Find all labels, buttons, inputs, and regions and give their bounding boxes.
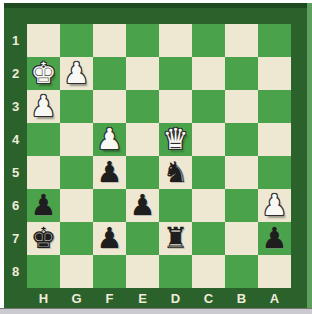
square-d2[interactable] — [159, 57, 192, 90]
square-a7[interactable]: ♟ — [258, 222, 291, 255]
square-e8[interactable] — [126, 255, 159, 288]
piece-white-pawn-a6[interactable]: ♟ — [262, 189, 288, 222]
piece-white-pawn-g2[interactable]: ♟ — [64, 57, 90, 90]
square-a1[interactable] — [258, 24, 291, 57]
square-f5[interactable]: ♟ — [93, 156, 126, 189]
square-f6[interactable] — [93, 189, 126, 222]
square-g3[interactable] — [60, 90, 93, 123]
piece-black-king-h7[interactable]: ♚ — [31, 222, 57, 255]
file-label-b: B — [225, 289, 258, 308]
square-d6[interactable] — [159, 189, 192, 222]
square-h6[interactable]: ♟ — [27, 189, 60, 222]
rank-labels: 12345678 — [4, 24, 27, 288]
piece-black-pawn-f7[interactable]: ♟ — [97, 222, 123, 255]
chess-board[interactable]: ♚♟♟♟♛♟♞♟♟♟♚♟♜♟ — [27, 24, 291, 288]
square-g6[interactable] — [60, 189, 93, 222]
square-g1[interactable] — [60, 24, 93, 57]
square-g2[interactable]: ♟ — [60, 57, 93, 90]
square-a2[interactable] — [258, 57, 291, 90]
square-a3[interactable] — [258, 90, 291, 123]
square-f3[interactable] — [93, 90, 126, 123]
piece-black-pawn-e6[interactable]: ♟ — [130, 189, 156, 222]
square-c8[interactable] — [192, 255, 225, 288]
square-g5[interactable] — [60, 156, 93, 189]
piece-white-pawn-f4[interactable]: ♟ — [97, 123, 123, 156]
square-b6[interactable] — [225, 189, 258, 222]
rank-label-8: 8 — [4, 255, 27, 288]
square-a8[interactable] — [258, 255, 291, 288]
square-c6[interactable] — [192, 189, 225, 222]
square-f2[interactable] — [93, 57, 126, 90]
piece-black-pawn-a7[interactable]: ♟ — [262, 222, 288, 255]
square-a5[interactable] — [258, 156, 291, 189]
rank-label-2: 2 — [4, 57, 27, 90]
piece-black-pawn-h6[interactable]: ♟ — [31, 189, 57, 222]
square-c3[interactable] — [192, 90, 225, 123]
square-e6[interactable]: ♟ — [126, 189, 159, 222]
square-c5[interactable] — [192, 156, 225, 189]
square-e1[interactable] — [126, 24, 159, 57]
file-label-e: E — [126, 289, 159, 308]
square-h8[interactable] — [27, 255, 60, 288]
square-g4[interactable] — [60, 123, 93, 156]
piece-white-pawn-h3[interactable]: ♟ — [31, 90, 57, 123]
rank-label-4: 4 — [4, 123, 27, 156]
piece-white-king-h2[interactable]: ♚ — [31, 57, 57, 90]
square-h1[interactable] — [27, 24, 60, 57]
rank-label-5: 5 — [4, 156, 27, 189]
square-c7[interactable] — [192, 222, 225, 255]
square-g8[interactable] — [60, 255, 93, 288]
square-d3[interactable] — [159, 90, 192, 123]
square-d8[interactable] — [159, 255, 192, 288]
square-b4[interactable] — [225, 123, 258, 156]
square-e5[interactable] — [126, 156, 159, 189]
square-f8[interactable] — [93, 255, 126, 288]
file-label-d: D — [159, 289, 192, 308]
frame-right-highlight — [307, 3, 312, 308]
square-d7[interactable]: ♜ — [159, 222, 192, 255]
square-d1[interactable] — [159, 24, 192, 57]
file-label-a: A — [258, 289, 291, 308]
square-e4[interactable] — [126, 123, 159, 156]
piece-black-rook-d7[interactable]: ♜ — [163, 222, 189, 255]
square-c2[interactable] — [192, 57, 225, 90]
square-e2[interactable] — [126, 57, 159, 90]
bottom-edge-strip — [0, 308, 312, 314]
square-h5[interactable] — [27, 156, 60, 189]
square-c1[interactable] — [192, 24, 225, 57]
square-e3[interactable] — [126, 90, 159, 123]
square-b1[interactable] — [225, 24, 258, 57]
square-h4[interactable] — [27, 123, 60, 156]
chess-diagram-page: 12345678 ♚♟♟♟♛♟♞♟♟♟♚♟♜♟ HGFEDCBA — [0, 0, 312, 314]
square-e7[interactable] — [126, 222, 159, 255]
rank-label-1: 1 — [4, 24, 27, 57]
piece-black-pawn-f5[interactable]: ♟ — [97, 156, 123, 189]
square-b5[interactable] — [225, 156, 258, 189]
square-a6[interactable]: ♟ — [258, 189, 291, 222]
file-label-h: H — [27, 289, 60, 308]
square-b7[interactable] — [225, 222, 258, 255]
square-h2[interactable]: ♚ — [27, 57, 60, 90]
square-d5[interactable]: ♞ — [159, 156, 192, 189]
square-g7[interactable] — [60, 222, 93, 255]
file-labels: HGFEDCBA — [27, 289, 291, 308]
piece-black-knight-d5[interactable]: ♞ — [163, 156, 189, 189]
file-label-f: F — [93, 289, 126, 308]
rank-label-3: 3 — [4, 90, 27, 123]
square-b2[interactable] — [225, 57, 258, 90]
square-c4[interactable] — [192, 123, 225, 156]
rank-label-7: 7 — [4, 222, 27, 255]
square-f7[interactable]: ♟ — [93, 222, 126, 255]
square-h7[interactable]: ♚ — [27, 222, 60, 255]
square-h3[interactable]: ♟ — [27, 90, 60, 123]
square-d4[interactable]: ♛ — [159, 123, 192, 156]
file-label-g: G — [60, 289, 93, 308]
square-a4[interactable] — [258, 123, 291, 156]
rank-label-6: 6 — [4, 189, 27, 222]
square-f4[interactable]: ♟ — [93, 123, 126, 156]
square-b3[interactable] — [225, 90, 258, 123]
square-f1[interactable] — [93, 24, 126, 57]
file-label-c: C — [192, 289, 225, 308]
piece-white-queen-d4[interactable]: ♛ — [163, 123, 189, 156]
square-b8[interactable] — [225, 255, 258, 288]
